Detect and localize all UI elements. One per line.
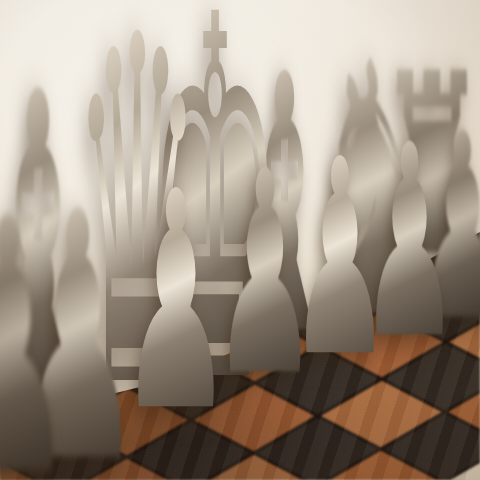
chess-photo-scene: ♝♛♚♝♞♜♟♟♟♟♟♟♟ (0, 0, 480, 480)
